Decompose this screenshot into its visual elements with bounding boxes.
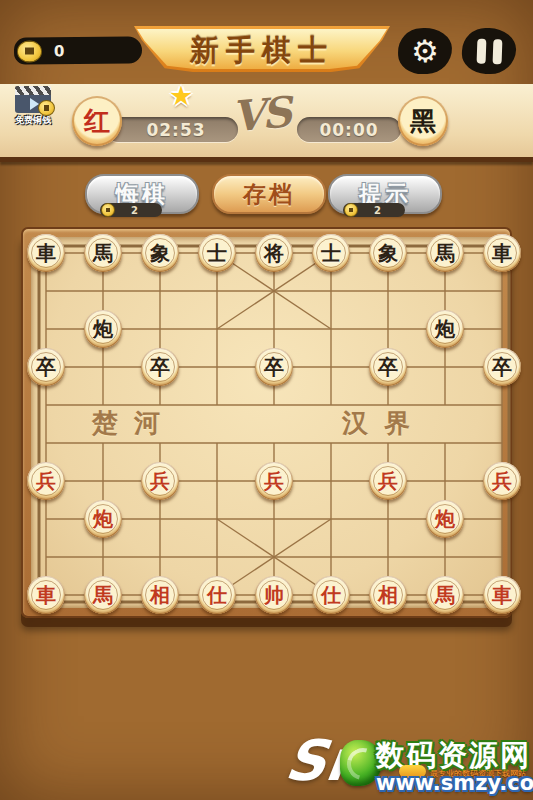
- piece-red-r9c3[interactable]: 仕: [198, 576, 236, 614]
- black-player-badge: 黑: [398, 96, 448, 146]
- piece-black-r3c4[interactable]: 卒: [255, 348, 293, 386]
- save-game-label: 存档: [243, 179, 295, 210]
- piece-black-r0c5[interactable]: 士: [312, 234, 350, 272]
- piece-red-r9c6[interactable]: 相: [369, 576, 407, 614]
- coin-balance-value: 0: [54, 42, 65, 60]
- settings-button[interactable]: ⚙: [397, 27, 453, 75]
- watermark-logo: Sn: [281, 728, 370, 793]
- video-ad-icon: [15, 86, 51, 113]
- pause-button[interactable]: [461, 27, 517, 75]
- coin-icon: [344, 203, 358, 217]
- board-grid: 楚河 汉界 車馬象士将士象馬車炮炮卒卒卒卒卒兵兵兵兵兵炮炮車馬相仕帅仕相馬車: [46, 253, 502, 595]
- gear-icon: ⚙: [411, 35, 440, 67]
- red-timer: 02:53: [106, 117, 238, 142]
- undo-count: 2: [115, 205, 162, 216]
- river-label-left: 楚河: [92, 406, 176, 441]
- piece-black-r3c8[interactable]: 卒: [483, 348, 521, 386]
- piece-red-r6c8[interactable]: 兵: [483, 462, 521, 500]
- piece-black-r0c2[interactable]: 象: [141, 234, 179, 272]
- piece-black-r0c0[interactable]: 車: [27, 234, 65, 272]
- vs-label: VS: [230, 88, 291, 142]
- piece-black-r0c8[interactable]: 車: [483, 234, 521, 272]
- piece-red-r7c7[interactable]: 炮: [426, 500, 464, 538]
- piece-red-r9c8[interactable]: 車: [483, 576, 521, 614]
- watermark-tagline: 最专业的数码资源下载网站: [430, 768, 526, 779]
- match-bar: 免费铜钱 红 02:53 ★ VS 00:00 黑: [0, 84, 533, 162]
- piece-red-r6c4[interactable]: 兵: [255, 462, 293, 500]
- hint-count: 2: [358, 205, 405, 216]
- coin-icon: [101, 203, 115, 217]
- hint-button[interactable]: 提示 2: [328, 174, 442, 214]
- undo-move-button[interactable]: 悔棋 2: [85, 174, 199, 214]
- action-buttons-row: 悔棋 2 存档 提示 2: [0, 166, 533, 226]
- board-surface: 楚河 汉界 車馬象士将士象馬車炮炮卒卒卒卒卒兵兵兵兵兵炮炮車馬相仕帅仕相馬車: [31, 237, 502, 608]
- piece-red-r6c2[interactable]: 兵: [141, 462, 179, 500]
- piece-black-r0c4[interactable]: 将: [255, 234, 293, 272]
- undo-count-badge: 2: [100, 203, 162, 217]
- piece-black-r0c6[interactable]: 象: [369, 234, 407, 272]
- piece-black-r3c2[interactable]: 卒: [141, 348, 179, 386]
- piece-black-r3c6[interactable]: 卒: [369, 348, 407, 386]
- piece-red-r7c1[interactable]: 炮: [84, 500, 122, 538]
- black-player-label: 黑: [410, 104, 436, 139]
- piece-black-r2c7[interactable]: 炮: [426, 310, 464, 348]
- red-player-badge: 红: [72, 96, 122, 146]
- pause-icon: [476, 38, 502, 64]
- piece-red-r9c5[interactable]: 仕: [312, 576, 350, 614]
- coin-icon: [38, 100, 55, 116]
- black-timer: 00:00: [297, 117, 401, 142]
- board-frame: 楚河 汉界 車馬象士将士象馬車炮炮卒卒卒卒卒兵兵兵兵兵炮炮車馬相仕帅仕相馬車: [21, 227, 512, 618]
- watermark-swirl-icon: [340, 740, 382, 786]
- free-coins-label: 免费铜钱: [3, 114, 63, 127]
- piece-black-r0c1[interactable]: 馬: [84, 234, 122, 272]
- red-player-label: 红: [84, 104, 110, 139]
- piece-red-r9c0[interactable]: 車: [27, 576, 65, 614]
- piece-red-r6c6[interactable]: 兵: [369, 462, 407, 500]
- watermark-site-name: 数码资源网: [376, 736, 531, 776]
- piece-black-r0c3[interactable]: 士: [198, 234, 236, 272]
- piece-red-r9c1[interactable]: 馬: [84, 576, 122, 614]
- watermark-gold-badge: [399, 765, 426, 778]
- page-title: 新手棋士: [134, 31, 390, 71]
- free-coins-button[interactable]: 免费铜钱: [3, 86, 63, 127]
- hint-count-badge: 2: [343, 203, 405, 217]
- piece-red-r6c0[interactable]: 兵: [27, 462, 65, 500]
- piece-red-r9c2[interactable]: 相: [141, 576, 179, 614]
- coin-balance-pill[interactable]: 0: [14, 36, 142, 64]
- coin-icon: [17, 40, 42, 62]
- piece-black-r2c1[interactable]: 炮: [84, 310, 122, 348]
- save-game-button[interactable]: 存档: [212, 174, 326, 214]
- piece-red-r9c4[interactable]: 帅: [255, 576, 293, 614]
- river-label-right: 汉界: [342, 406, 426, 441]
- title-banner: 新手棋士: [134, 26, 390, 72]
- watermark-url: www.smzy.com: [376, 771, 533, 795]
- star-icon: ★: [169, 80, 193, 111]
- piece-red-r9c7[interactable]: 馬: [426, 576, 464, 614]
- xiangqi-game-screen: 0 新手棋士 ⚙ 免费铜钱 红 02:53 ★ VS 00:00: [0, 0, 533, 800]
- piece-black-r0c7[interactable]: 馬: [426, 234, 464, 272]
- piece-black-r3c0[interactable]: 卒: [27, 348, 65, 386]
